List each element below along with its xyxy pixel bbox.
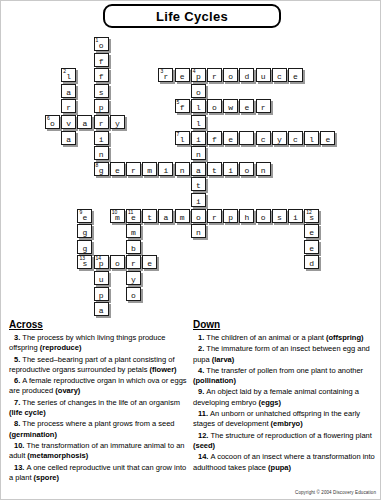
grid-cell-r15c5[interactable]: y — [126, 271, 141, 285]
cell-letter: o — [95, 41, 108, 51]
clues-section: Across 3. The process by which living th… — [9, 319, 378, 484]
cell-letter: l — [192, 119, 205, 129]
grid-cell-r11c14[interactable]: s — [272, 209, 287, 223]
cell-letter: i — [224, 166, 237, 176]
clue-across-7: 7. The series of changes in the life of … — [9, 398, 187, 419]
clue-down-4: 4. The transfer of pollen from one plant… — [193, 366, 378, 387]
grid-cell-r12c16[interactable]: e — [304, 224, 319, 238]
grid-cell-r8c7[interactable]: i — [158, 162, 173, 176]
grid-cell-r5c9[interactable]: l — [191, 115, 206, 129]
grid-cell-r6c16[interactable]: l — [304, 131, 319, 145]
cell-letter: f — [95, 72, 108, 82]
grid-cell-r2c13[interactable]: u — [256, 68, 271, 82]
cell-letter: i — [192, 197, 205, 207]
grid-cell-r17c3[interactable]: a — [94, 302, 109, 316]
cell-letter: l — [305, 135, 318, 145]
cell-letter: e — [176, 72, 189, 82]
copyright-text: Copyright © 2004 Discovery Education — [295, 490, 376, 495]
grid-cell-r11c9[interactable]: o — [191, 209, 206, 223]
cell-letter: l — [192, 103, 205, 113]
grid-cell-r8c13[interactable]: n — [256, 162, 271, 176]
cell-letter: o — [208, 103, 221, 113]
grid-cell-r11c4[interactable]: 10m — [110, 209, 125, 223]
grid-cell-r4c8[interactable]: 5f — [175, 99, 190, 113]
grid-cell-r2c12[interactable]: d — [239, 68, 254, 82]
grid-cell-r7c3[interactable]: n — [94, 146, 109, 160]
grid-cell-r3c1[interactable]: a — [61, 84, 76, 98]
cell-letter: u — [95, 275, 108, 285]
grid-cell-r12c2[interactable]: g — [77, 224, 92, 238]
clue-down-9: 9. An object laid by a female animal con… — [193, 387, 378, 408]
grid-cell-r6c12-blank[interactable] — [239, 131, 254, 145]
grid-cell-r8c3[interactable]: 8g — [94, 162, 109, 176]
cell-letter: y — [111, 119, 124, 129]
across-heading: Across — [9, 319, 187, 330]
grid-cell-r8c8[interactable]: n — [175, 162, 190, 176]
cell-letter: f — [176, 103, 189, 113]
grid-cell-r6c8[interactable]: 7l — [175, 131, 190, 145]
cell-letter: r — [159, 72, 172, 82]
grid-cell-r14c4[interactable]: o — [110, 255, 125, 269]
cell-letter: r — [257, 103, 270, 113]
cell-letter: v — [62, 119, 75, 129]
grid-cell-r6c11[interactable]: e — [223, 131, 238, 145]
cell-letter: o — [192, 213, 205, 223]
cell-letter: a — [62, 135, 75, 145]
grid-cell-r4c1[interactable]: r — [61, 99, 76, 113]
grid-cell-r5c1[interactable]: v — [61, 115, 76, 129]
cell-letter: s — [78, 259, 91, 269]
clue-across-10: 10. The transformation of an immature an… — [9, 441, 187, 462]
grid-cell-r4c11[interactable]: w — [223, 99, 238, 113]
cell-letter: u — [257, 72, 270, 82]
grid-cell-r11c5[interactable]: 11e — [126, 209, 141, 223]
grid-cell-r16c5[interactable]: o — [126, 287, 141, 301]
cell-letter: c — [289, 135, 302, 145]
worksheet-page: Life Cycles 1of2lf3re4produceasorp5flowe… — [0, 0, 381, 500]
cell-letter: e — [240, 103, 253, 113]
grid-cell-r14c16[interactable]: d — [304, 255, 319, 269]
grid-cell-r14c6[interactable]: e — [142, 255, 157, 269]
cell-letter: y — [273, 135, 286, 145]
cell-letter: m — [176, 213, 189, 223]
clue-down-1: 1. The children of an animal or a plant … — [193, 333, 378, 343]
grid-cell-r11c2[interactable]: 9e — [77, 209, 92, 223]
cell-letter: r — [95, 119, 108, 129]
grid-cell-r16c3[interactable]: p — [94, 287, 109, 301]
cell-letter: n — [192, 150, 205, 160]
across-clue-list: 3. The process by which living things pr… — [9, 333, 187, 483]
cell-letter: s — [305, 213, 318, 223]
page-title: Life Cycles — [156, 9, 228, 24]
cell-letter: i — [192, 135, 205, 145]
cell-letter: p — [95, 259, 108, 269]
grid-cell-r4c13[interactable]: r — [256, 99, 271, 113]
grid-cell-r2c10[interactable]: r — [207, 68, 222, 82]
cell-letter: n — [176, 166, 189, 176]
cell-letter: o — [127, 291, 140, 301]
grid-cell-r6c17[interactable]: e — [320, 131, 335, 145]
grid-cell-r4c12[interactable]: e — [239, 99, 254, 113]
grid-cell-r2c7[interactable]: 3r — [158, 68, 173, 82]
grid-cell-r6c14[interactable]: y — [272, 131, 287, 145]
cell-letter: o — [257, 213, 270, 223]
grid-cell-r6c10[interactable]: f — [207, 131, 222, 145]
cell-letter: f — [95, 57, 108, 67]
cell-letter: g — [78, 228, 91, 238]
grid-cell-r12c5[interactable]: m — [126, 224, 141, 238]
grid-cell-r14c2[interactable]: 13s — [77, 255, 92, 269]
cell-letter: e — [127, 213, 140, 223]
cell-letter: a — [62, 88, 75, 98]
cell-letter: e — [78, 213, 91, 223]
cell-letter: c — [257, 135, 270, 145]
cell-letter: p — [192, 72, 205, 82]
grid-cell-r8c4[interactable]: e — [110, 162, 125, 176]
clue-down-12: 12. The structure of reproduction of a f… — [193, 431, 378, 452]
cell-letter: t — [208, 166, 221, 176]
clue-across-3: 3. The process by which living things pr… — [9, 333, 187, 354]
grid-cell-r4c9[interactable]: l — [191, 99, 206, 113]
cell-letter: a — [192, 166, 205, 176]
cell-letter: i — [95, 135, 108, 145]
cell-letter: b — [127, 244, 140, 254]
cell-letter: r — [127, 166, 140, 176]
cell-letter: e — [289, 72, 302, 82]
grid-cell-r11c12[interactable]: h — [239, 209, 254, 223]
cell-letter: m — [127, 228, 140, 238]
cell-letter: s — [95, 88, 108, 98]
grid-cell-r8c6[interactable]: m — [142, 162, 157, 176]
cell-letter: e — [305, 228, 318, 238]
cell-letter: t — [143, 213, 156, 223]
cell-letter: r — [208, 72, 221, 82]
grid-cell-r7c9[interactable]: n — [191, 146, 206, 160]
cell-letter: a — [78, 119, 91, 129]
clue-across-5: 5. The seed–bearing part of a plant cons… — [9, 355, 187, 376]
grid-cell-r3c3[interactable]: s — [94, 84, 109, 98]
grid-cell-r6c1[interactable]: a — [61, 131, 76, 145]
cell-letter: r — [208, 213, 221, 223]
clue-down-14: 14. A cocoon of an insect where a transf… — [193, 452, 378, 473]
grid-cell-r8c5[interactable]: r — [126, 162, 141, 176]
grid-cell-r8c10[interactable]: t — [207, 162, 222, 176]
cell-letter: e — [321, 135, 334, 145]
cell-letter: f — [208, 135, 221, 145]
cell-letter: a — [159, 213, 172, 223]
grid-cell-r0c3[interactable]: 1o — [94, 37, 109, 51]
grid-cell-r2c14[interactable]: c — [272, 68, 287, 82]
cell-letter: l — [176, 135, 189, 145]
cell-letter: n — [95, 150, 108, 160]
cell-letter: t — [192, 181, 205, 191]
grid-cell-r6c9[interactable]: i — [191, 131, 206, 145]
grid-cell-r2c8[interactable]: e — [175, 68, 190, 82]
across-clues: Across 3. The process by which living th… — [9, 319, 191, 484]
clue-across-8: 8. The process where a plant grows from … — [9, 419, 187, 440]
grid-cell-r2c15[interactable]: e — [288, 68, 303, 82]
cell-letter: r — [127, 259, 140, 269]
cell-letter: w — [224, 103, 237, 113]
cell-letter: e — [111, 166, 124, 176]
down-heading: Down — [193, 319, 378, 330]
cell-letter: o — [192, 88, 205, 98]
clue-down-11: 11. An unborn or unhatched offspring in … — [193, 409, 378, 430]
grid-cell-r13c2[interactable]: g — [77, 240, 92, 254]
grid-cell-r11c7[interactable]: a — [158, 209, 173, 223]
cell-letter: o — [240, 166, 253, 176]
grid-cell-r12c9[interactable]: n — [191, 224, 206, 238]
cell-letter: l — [62, 72, 75, 82]
grid-cell-r13c16[interactable]: e — [304, 240, 319, 254]
cell-letter: a — [95, 306, 108, 316]
grid-cell-r2c9[interactable]: 4p — [191, 68, 206, 82]
grid-cell-r10c9[interactable]: i — [191, 193, 206, 207]
down-clues: Down 1. The children of an animal or a p… — [191, 319, 378, 484]
grid-cell-r5c3[interactable]: r — [94, 115, 109, 129]
grid-cell-r5c4[interactable]: y — [110, 115, 125, 129]
cell-letter: i — [159, 166, 172, 176]
cell-letter: g — [78, 244, 91, 254]
grid-cell-r5c2[interactable]: a — [77, 115, 92, 129]
grid-cell-r8c12[interactable]: o — [239, 162, 254, 176]
grid-cell-r3c9[interactable]: o — [191, 84, 206, 98]
grid-cell-r14c3[interactable]: 14p — [94, 255, 109, 269]
grid-cell-r11c15[interactable]: i — [288, 209, 303, 223]
clue-across-13: 13. A one celled reproductive unit that … — [9, 463, 187, 484]
grid-cell-r14c5[interactable]: r — [126, 255, 141, 269]
cell-letter: d — [240, 72, 253, 82]
cell-letter: p — [224, 213, 237, 223]
cell-letter: o — [111, 259, 124, 269]
grid-cell-r11c10[interactable]: r — [207, 209, 222, 223]
grid-cell-r6c3[interactable]: i — [94, 131, 109, 145]
grid-cell-r11c8[interactable]: m — [175, 209, 190, 223]
cell-letter: c — [273, 72, 286, 82]
grid-cell-r2c3[interactable]: f — [94, 68, 109, 82]
cell-letter: p — [95, 291, 108, 301]
grid-cell-r6c13[interactable]: c — [256, 131, 271, 145]
cell-letter: e — [305, 244, 318, 254]
grid-cell-r13c5[interactable]: b — [126, 240, 141, 254]
cell-letter: o — [46, 119, 59, 129]
cell-letter: m — [111, 213, 124, 223]
down-clue-list: 1. The children of an animal or a plant … — [193, 333, 378, 473]
cell-letter: n — [192, 228, 205, 238]
cell-letter: i — [289, 213, 302, 223]
cell-letter: y — [127, 275, 140, 285]
cell-letter: n — [257, 166, 270, 176]
grid-cell-r2c1[interactable]: 2l — [61, 68, 76, 82]
grid-cell-r11c11[interactable]: p — [223, 209, 238, 223]
grid-cell-r5c0[interactable]: 6o — [45, 115, 60, 129]
cell-letter: e — [143, 259, 156, 269]
grid-cell-r1c3[interactable]: f — [94, 53, 109, 67]
grid-cell-r4c10[interactable]: o — [207, 99, 222, 113]
cell-letter: g — [95, 166, 108, 176]
clue-down-2: 2. The immature form of an insect betwee… — [193, 344, 378, 365]
cell-letter: s — [273, 213, 286, 223]
cell-letter: p — [95, 103, 108, 113]
cell-letter: o — [224, 72, 237, 82]
grid-cell-r8c9[interactable]: a — [191, 162, 206, 176]
crossword-grid: 1of2lf3re4produceasorp5flower6ovarylai7l… — [45, 37, 338, 319]
grid-cell-r11c13[interactable]: o — [256, 209, 271, 223]
cell-letter: r — [62, 103, 75, 113]
grid-cell-r8c11[interactable]: i — [223, 162, 238, 176]
cell-letter: d — [305, 259, 318, 269]
grid-cell-r11c16[interactable]: 12s — [304, 209, 319, 223]
grid-cell-r2c11[interactable]: o — [223, 68, 238, 82]
grid-cell-r11c6[interactable]: t — [142, 209, 157, 223]
clue-across-6: 6. A female reproductive organ in which … — [9, 376, 187, 397]
cell-letter: e — [224, 135, 237, 145]
grid-cell-r9c9[interactable]: t — [191, 177, 206, 191]
title-box: Life Cycles — [103, 4, 281, 28]
cell-letter: m — [143, 166, 156, 176]
grid-cell-r4c3[interactable]: p — [94, 99, 109, 113]
grid-cell-r6c15[interactable]: c — [288, 131, 303, 145]
cell-letter: h — [240, 213, 253, 223]
grid-cell-r15c3[interactable]: u — [94, 271, 109, 285]
